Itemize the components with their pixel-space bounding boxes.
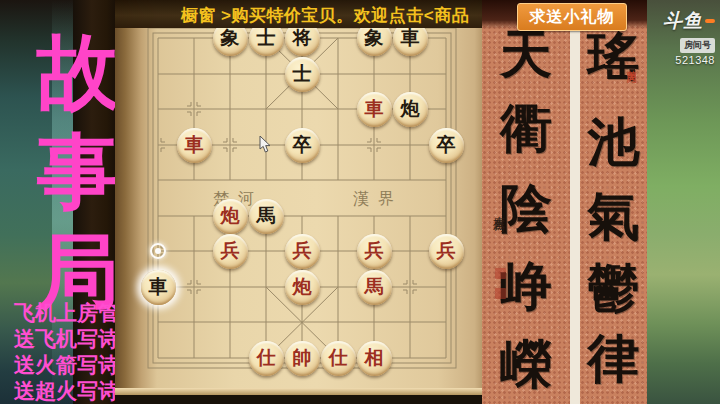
douyu-logo-accent [705, 19, 715, 23]
douyu-watermark: 斗鱼 房间号 521348 [663, 8, 715, 66]
calligraphy-char: 律 [580, 332, 647, 384]
gift-request-button[interactable]: 求送小礼物 [517, 3, 627, 31]
gift-rule-line: 送超火写诗 [14, 378, 115, 404]
calligraphy-char: 瑤 [580, 30, 647, 82]
piece-red-horse[interactable]: 馬 [357, 270, 392, 305]
piece-red-cannon[interactable]: 炮 [213, 199, 248, 234]
piece-black-soldier[interactable]: 卒 [429, 128, 464, 163]
piece-red-chariot[interactable]: 車 [177, 128, 212, 163]
calligraphy-char: 天 [482, 28, 570, 80]
last-move-origin-marker [150, 243, 166, 259]
piece-black-advisor[interactable]: 士 [285, 57, 320, 92]
shop-banner-text: 橱窗 >购买特价宝贝。欢迎点击<商品 [175, 4, 475, 27]
piece-black-horse[interactable]: 馬 [249, 199, 284, 234]
piece-red-soldier[interactable]: 兵 [213, 234, 248, 269]
mouse-cursor [259, 136, 273, 154]
seal-stamp [495, 288, 506, 299]
piece-red-advisor[interactable]: 仕 [321, 341, 356, 376]
board-bottom-shadow [115, 395, 482, 404]
gift-rule-line: 送飞机写诗 [14, 326, 115, 352]
title-char: 事 [36, 122, 115, 222]
calligraphy-char: 池 [580, 116, 647, 168]
calligraphy-char: 嶸 [482, 338, 570, 390]
gift-rule-line: 飞机上房管 [14, 300, 115, 326]
gift-rules-list: 飞机上房管 送飞机写诗 送火箭写诗 送超火写诗 [14, 300, 115, 404]
piece-red-soldier[interactable]: 兵 [285, 234, 320, 269]
calligraphy-scrolls: 天 衢 陰 峥 嶸 康有為 瑤 池 氣 鬱 律 菌阁大兄 [482, 0, 647, 404]
dedication-text: 菌阁大兄 [624, 62, 638, 66]
room-label-badge: 房间号 [680, 38, 715, 53]
piece-red-cannon[interactable]: 炮 [285, 270, 320, 305]
calligrapher-signature: 康有為 [490, 206, 507, 212]
xiangqi-board: 楚河 漢界 象士将象車士車炮車卒卒炮馬兵兵兵兵車炮馬仕帥仕相 橱窗 >购买特价宝… [115, 0, 482, 404]
piece-black-soldier[interactable]: 卒 [285, 128, 320, 163]
piece-black-chariot[interactable]: 車 [141, 270, 176, 305]
title-char: 故 [36, 22, 115, 122]
piece-red-elephant[interactable]: 相 [357, 341, 392, 376]
douyu-logo: 斗鱼 [663, 8, 715, 34]
piece-red-chariot[interactable]: 車 [357, 92, 392, 127]
piece-red-advisor[interactable]: 仕 [249, 341, 284, 376]
gift-rule-line: 送火箭写诗 [14, 352, 115, 378]
river-label-right: 漢界 [343, 189, 413, 210]
piece-red-general[interactable]: 帥 [285, 341, 320, 376]
scroll-divider [570, 0, 580, 404]
seal-stamp [495, 268, 506, 279]
calligraphy-char: 氣 [580, 190, 647, 242]
stream-screen: 故 事 局 飞机上房管 送飞机写诗 送火箭写诗 送超火写诗 楚河 漢界 象士将象… [0, 0, 720, 404]
left-overlay-panel: 故 事 局 飞机上房管 送飞机写诗 送火箭写诗 送超火写诗 [0, 0, 115, 404]
shop-banner[interactable]: 橱窗 >购买特价宝贝。欢迎点击<商品 [115, 0, 482, 28]
right-photo-strip: 斗鱼 房间号 521348 [647, 0, 720, 404]
calligraphy-char: 衢 [482, 102, 570, 154]
calligraphy-char: 鬱 [580, 262, 647, 314]
piece-red-soldier[interactable]: 兵 [357, 234, 392, 269]
channel-title-vertical: 故 事 局 [36, 22, 115, 322]
calligraphy-scroll-left: 天 衢 陰 峥 嶸 康有為 [482, 0, 570, 404]
board-bottom-edge [115, 388, 482, 395]
calligraphy-scroll-right: 瑤 池 氣 鬱 律 菌阁大兄 [580, 0, 647, 404]
piece-black-cannon[interactable]: 炮 [393, 92, 428, 127]
piece-red-soldier[interactable]: 兵 [429, 234, 464, 269]
room-number: 521348 [663, 54, 715, 66]
